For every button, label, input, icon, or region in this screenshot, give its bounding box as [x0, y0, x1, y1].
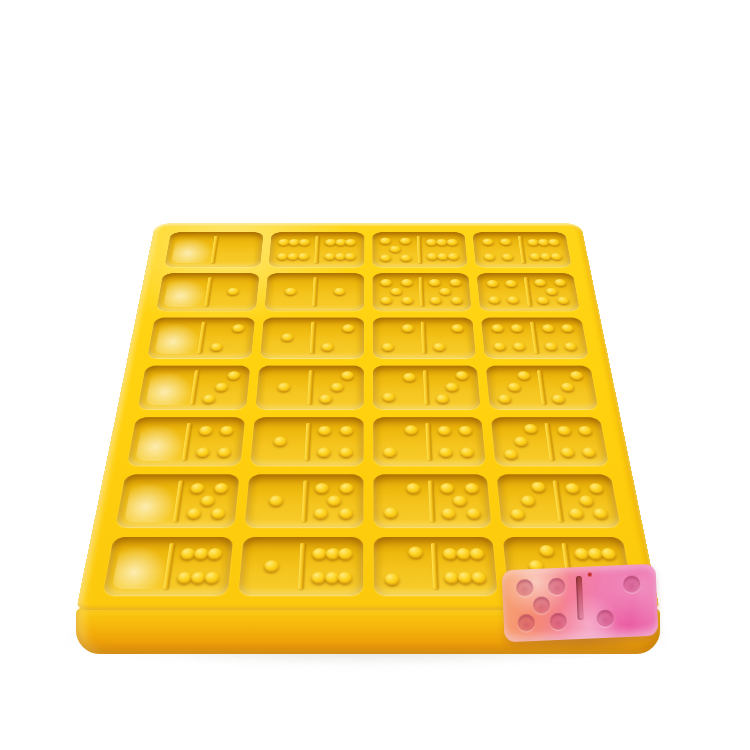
pip-bump [470, 548, 485, 559]
mold-cavity-r5c3 [373, 418, 486, 466]
pip-bump [561, 383, 575, 392]
domino-mold [76, 0, 660, 610]
pip-bump [557, 297, 570, 305]
pip-bump [438, 426, 452, 435]
pip-bump [593, 508, 609, 519]
pip-bump [568, 508, 584, 519]
mold-cavity-r6c4 [497, 475, 621, 528]
pip-bump [338, 572, 353, 584]
pip-bump [385, 573, 400, 585]
cavity-half-left [489, 365, 541, 409]
pip-bump [579, 495, 595, 505]
pip-bump [391, 288, 403, 295]
pip-bump [204, 572, 220, 584]
pip-bump [338, 548, 353, 559]
cavity-half-left [494, 418, 549, 466]
pip-bump [400, 254, 412, 261]
pip-bump [578, 426, 593, 435]
pip-bump [511, 509, 526, 520]
pip-bump [589, 483, 605, 493]
cavity-half-left [480, 273, 528, 311]
pip-bump [217, 447, 231, 457]
cavity-half-right [522, 232, 569, 267]
mold-cavity-r1c1 [164, 232, 263, 267]
pip-bump [461, 447, 475, 457]
pip-bump [210, 343, 223, 351]
pip-bump [439, 288, 451, 295]
pip-bump [381, 297, 393, 305]
cavity-half-right [315, 317, 361, 358]
cavity-half-left [106, 537, 169, 595]
pip-bump [552, 394, 566, 403]
cavity-half-left [141, 365, 195, 409]
cavity-half-right [557, 475, 617, 528]
pip-recess [533, 596, 551, 614]
pip-bump [273, 436, 287, 446]
pip-bump [448, 253, 460, 260]
pip-bump [324, 253, 336, 260]
resin-divider-groove [576, 576, 584, 621]
mold-cavity-r2c3 [372, 273, 472, 311]
cavity-half-left [253, 418, 305, 466]
pip-bump [484, 254, 496, 261]
pip-recess [518, 614, 536, 632]
pip-recess [549, 612, 567, 630]
pip-bump [560, 447, 575, 457]
pip-bump [449, 279, 461, 286]
pip-bump [345, 253, 356, 260]
pip-bump [315, 483, 329, 493]
pip-bump [498, 394, 512, 403]
pip-recess [623, 575, 641, 593]
pip-bump [325, 239, 336, 246]
pip-bump [322, 343, 335, 351]
mold-cavity-r7c3 [373, 537, 498, 595]
pip-bump [339, 483, 353, 493]
pip-bump [536, 297, 549, 305]
pip-bump [466, 508, 481, 519]
pip-bump [539, 545, 555, 556]
mold-cavity-r3c3 [372, 317, 476, 358]
pip-bump [390, 246, 401, 253]
pip-bump [554, 279, 567, 286]
resin-half-right [585, 564, 653, 639]
mold-cavity-r1c3 [372, 232, 468, 267]
pip-bump [401, 279, 413, 286]
pip-bump [531, 482, 546, 492]
cavity-half-left [376, 418, 426, 466]
pip-bump [186, 508, 201, 519]
mold-cavity-r3c4 [481, 317, 589, 358]
pip-bump [319, 394, 332, 403]
cavity-half-left [258, 365, 308, 409]
cavity-half-right [317, 273, 361, 311]
pip-bump [439, 447, 453, 457]
pip-bump [327, 495, 341, 505]
pip-bump [330, 383, 343, 392]
pip-bump [486, 280, 498, 287]
pip-bump [502, 254, 514, 261]
pip-bump [380, 238, 391, 245]
pip-bump [340, 426, 353, 435]
cavity-half-left [475, 232, 521, 267]
pip-bump [517, 371, 531, 380]
cavity-half-right [423, 273, 469, 311]
pip-bump [491, 325, 504, 333]
pip-bump [312, 548, 327, 559]
cavity-half-right [304, 537, 359, 595]
pip-bump [542, 325, 555, 333]
mold-cavity-r3c2 [260, 317, 364, 358]
pip-bump [453, 495, 468, 505]
pip-bump [264, 560, 279, 572]
pip-bump [488, 296, 501, 304]
cavity-half-left [376, 475, 428, 528]
cavity-half-left [263, 317, 311, 358]
mold-cavity-r7c2 [238, 537, 363, 595]
pip-bump [297, 253, 309, 260]
cavity-half-left [377, 537, 432, 595]
pip-bump [339, 447, 353, 457]
mold-cavity-r2c4 [477, 273, 580, 311]
pip-bump [311, 572, 326, 584]
pip-bump [513, 342, 526, 350]
pip-bump [314, 508, 328, 519]
pip-bump [550, 253, 563, 260]
cavity-half-right [430, 418, 482, 466]
pip-bump [471, 572, 487, 584]
mold-top-surface [76, 223, 660, 610]
pip-bump [284, 288, 296, 295]
pip-bump [380, 254, 391, 261]
cavity-half-right [428, 365, 478, 409]
pip-bump [406, 483, 420, 493]
cavity-half-right [187, 418, 242, 466]
cavity-half-right [310, 418, 360, 466]
cavity-half-left [376, 365, 424, 409]
pip-bump [557, 426, 572, 435]
cavity-half-left [242, 537, 300, 595]
pip-bump [298, 239, 310, 246]
cavity-half-left [119, 475, 179, 528]
pip-bump [342, 324, 354, 332]
pip-bump [339, 508, 353, 519]
pip-recess [596, 610, 614, 628]
pip-bump [507, 296, 520, 304]
pip-bump [452, 324, 465, 332]
pip-bump [545, 288, 558, 295]
pip-bump [600, 548, 616, 559]
pip-bump [384, 507, 398, 518]
pip-bump [404, 426, 417, 435]
cavity-half-right [425, 317, 473, 358]
cavity-half-left [267, 273, 313, 311]
cavity-half-left [167, 232, 214, 267]
cavity-half-right [433, 475, 488, 528]
cavity-half-left [375, 232, 417, 267]
pip-bump [561, 325, 574, 333]
mold-cavity-r5c4 [491, 418, 609, 466]
cavity-half-right [195, 365, 247, 409]
pip-bump [207, 548, 223, 559]
cavity-half-right [209, 273, 257, 311]
pip-bump [511, 325, 524, 333]
mold-cavity-r4c3 [373, 365, 481, 409]
pip-bump [383, 448, 397, 458]
mold-cavity-r6c2 [244, 475, 363, 528]
pip-bump [440, 483, 454, 493]
pip-bump [534, 279, 547, 286]
pip-bump [227, 288, 240, 295]
pip-bump [281, 333, 294, 341]
pip-bump [269, 495, 284, 505]
pip-bump [564, 342, 578, 350]
cavity-half-left [375, 317, 421, 358]
pip-bump [345, 239, 356, 246]
mold-cavity-r6c1 [115, 475, 239, 528]
pip-bump [403, 373, 416, 382]
cavity-half-left [500, 475, 558, 528]
mold-cavity-r5c2 [250, 418, 363, 466]
pip-bump [382, 343, 394, 351]
cavity-half-left [484, 317, 534, 358]
pip-bump [441, 508, 456, 519]
pip-recess [516, 579, 534, 597]
pip-bump [195, 447, 210, 457]
scene [0, 0, 750, 750]
pip-bump [430, 297, 442, 305]
pip-bump [380, 279, 392, 286]
pip-bump [401, 297, 413, 305]
pip-bump [383, 393, 396, 402]
pip-bump [202, 394, 216, 403]
mold-cavity-r6c3 [373, 475, 492, 528]
pip-bump [582, 447, 597, 457]
cavity-half-left [130, 418, 187, 466]
cavity-half-right [421, 232, 465, 267]
pip-bump [504, 449, 518, 459]
pip-bump [429, 279, 441, 286]
pip-bump [446, 383, 459, 392]
pip-bump [227, 371, 241, 380]
mold-grid [76, 223, 660, 610]
pip-recess [547, 578, 565, 596]
cavity-half-left [159, 273, 208, 311]
pip-bump [200, 495, 215, 505]
cavity-half-right [319, 232, 361, 267]
pip-bump [447, 239, 459, 246]
pip-bump [521, 495, 536, 505]
mold-cavity-r4c4 [486, 365, 599, 409]
cavity-half-left [375, 273, 419, 311]
resin-half-left [508, 567, 576, 642]
mold-cavity-r4c1 [138, 365, 251, 409]
pip-bump [189, 483, 204, 493]
cavity-half-right [549, 418, 606, 466]
cavity-half-right [307, 475, 359, 528]
pip-bump [408, 547, 423, 558]
pip-bump [482, 238, 494, 245]
cavity-half-right [178, 475, 236, 528]
cavity-half-right [534, 317, 586, 358]
pip-bump [277, 383, 290, 392]
mold-cavity-r4c2 [255, 365, 363, 409]
pip-bump [565, 483, 580, 493]
cavity-half-right [541, 365, 595, 409]
pip-bump [341, 371, 354, 380]
pip-bump [493, 342, 506, 350]
cavity-half-left [271, 232, 315, 267]
pip-bump [524, 424, 538, 433]
cavity-half-right [215, 232, 261, 267]
pip-bump [433, 343, 446, 351]
cavity-half-left [248, 475, 303, 528]
pip-bump [400, 238, 411, 245]
pip-bump [508, 383, 522, 392]
mold-cavity-r1c4 [473, 232, 572, 267]
cavity-half-right [202, 317, 252, 358]
pip-bump [333, 288, 345, 295]
pip-bump [450, 297, 462, 305]
pip-bump [459, 426, 473, 435]
pip-bump [505, 280, 518, 287]
mold-cavity-r5c1 [127, 418, 245, 466]
pip-bump [220, 426, 234, 435]
cavity-half-right [169, 537, 230, 595]
pip-bump [464, 483, 479, 493]
pip-bump [318, 426, 331, 435]
mold-cavity-r2c2 [264, 273, 364, 311]
pip-bump [455, 371, 468, 380]
mold-cavity-r3c1 [147, 317, 255, 358]
pip-bump [401, 324, 413, 332]
cavity-half-right [436, 537, 494, 595]
mold-cavity-r2c1 [156, 273, 259, 311]
pip-bump [198, 426, 212, 435]
mold-cavity-r7c1 [103, 537, 233, 595]
pip-bump [215, 383, 229, 392]
pip-bump [569, 371, 583, 380]
resin-domino-piece [502, 564, 659, 643]
cavity-half-left [150, 317, 202, 358]
cavity-half-right [312, 365, 360, 409]
pip-bump [211, 508, 226, 519]
pip-bump [544, 342, 558, 350]
pip-bump [232, 324, 245, 332]
cavity-half-right [528, 273, 577, 311]
mold-cavity-r1c2 [268, 232, 364, 267]
pip-bump [514, 436, 528, 446]
pip-bump [436, 394, 449, 403]
pip-bump [548, 239, 560, 246]
pip-bump [317, 447, 331, 457]
pip-bump [500, 238, 512, 245]
pip-bump [214, 483, 229, 493]
